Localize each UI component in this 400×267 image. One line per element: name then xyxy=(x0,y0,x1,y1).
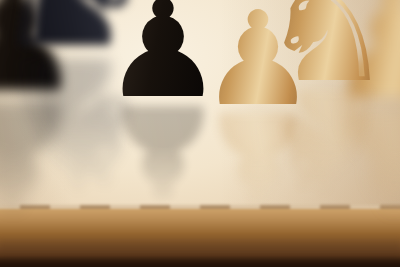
board-front-edge xyxy=(0,256,400,267)
piece-reflection: ♞ xyxy=(260,67,394,217)
chess-photo-scene: ♟ ♟ ♞ ♞ ♟ ♟ ♟ ♟ ♞ ♞ ♟ ♟ xyxy=(0,0,400,267)
white-knight[interactable]: ♞ ♞ xyxy=(260,0,394,217)
